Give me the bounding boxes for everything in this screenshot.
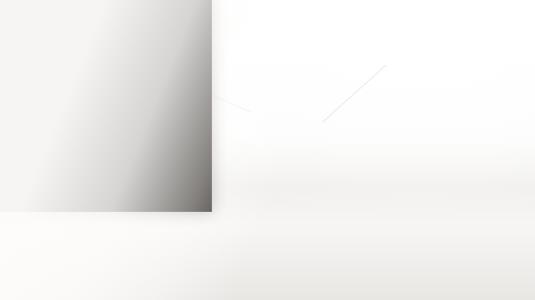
chess-board xyxy=(0,0,212,212)
watermark xyxy=(222,136,231,137)
chess-scene xyxy=(0,0,535,300)
background-scratch-line xyxy=(322,64,387,122)
